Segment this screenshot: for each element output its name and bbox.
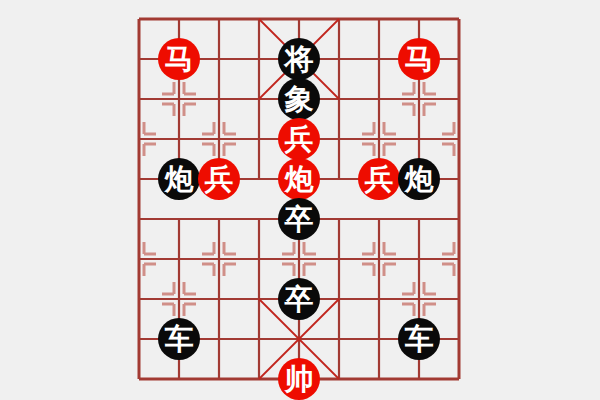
- black-general[interactable]: 将: [278, 38, 320, 80]
- black-cannon[interactable]: 炮: [158, 158, 200, 200]
- black-chariot[interactable]: 车: [398, 318, 440, 360]
- black-cannon[interactable]: 炮: [398, 158, 440, 200]
- red-cannon[interactable]: 炮: [278, 158, 320, 200]
- red-horse[interactable]: 马: [398, 38, 440, 80]
- xiangqi-board-diagram: 马将马象兵炮兵炮兵炮卒卒车车帅: [0, 0, 600, 400]
- red-general[interactable]: 帅: [278, 358, 320, 400]
- black-soldier[interactable]: 卒: [278, 278, 320, 320]
- black-elephant[interactable]: 象: [278, 78, 320, 120]
- red-horse[interactable]: 马: [158, 38, 200, 80]
- black-soldier[interactable]: 卒: [278, 198, 320, 240]
- red-soldier[interactable]: 兵: [358, 158, 400, 200]
- red-soldier[interactable]: 兵: [198, 158, 240, 200]
- red-soldier[interactable]: 兵: [278, 118, 320, 160]
- black-chariot[interactable]: 车: [158, 318, 200, 360]
